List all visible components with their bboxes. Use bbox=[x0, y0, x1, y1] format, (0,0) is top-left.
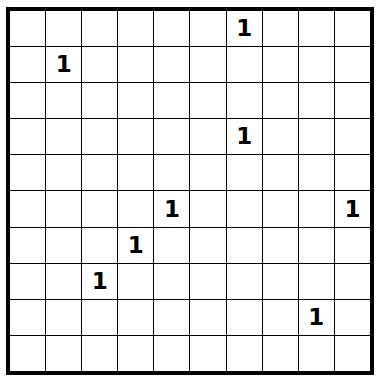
cell-r4c1[interactable] bbox=[10, 119, 45, 154]
cell-r1c8[interactable] bbox=[263, 11, 298, 46]
cell-r2c3[interactable] bbox=[82, 47, 117, 82]
cell-r3c10[interactable] bbox=[335, 83, 370, 118]
cell-r10c1[interactable] bbox=[10, 336, 45, 371]
cell-r1c1[interactable] bbox=[10, 11, 45, 46]
cell-r1c2[interactable] bbox=[46, 11, 81, 46]
cell-r3c5[interactable] bbox=[154, 83, 189, 118]
cell-r5c9[interactable] bbox=[299, 155, 334, 190]
cell-r9c5[interactable] bbox=[154, 300, 189, 335]
cell-r3c9[interactable] bbox=[299, 83, 334, 118]
cell-r10c4[interactable] bbox=[118, 336, 153, 371]
cell-r1c4[interactable] bbox=[118, 11, 153, 46]
cell-r7c6[interactable] bbox=[190, 228, 225, 263]
cell-r8c8[interactable] bbox=[263, 264, 298, 299]
cell-r8c9[interactable] bbox=[299, 264, 334, 299]
cell-r7c10[interactable] bbox=[335, 228, 370, 263]
cell-r9c2[interactable] bbox=[46, 300, 81, 335]
cell-r4c5[interactable] bbox=[154, 119, 189, 154]
cell-r2c6[interactable] bbox=[190, 47, 225, 82]
cell-r10c8[interactable] bbox=[263, 336, 298, 371]
cell-r7c4[interactable]: 1 bbox=[118, 228, 153, 263]
cell-r10c7[interactable] bbox=[227, 336, 262, 371]
cell-r2c1[interactable] bbox=[10, 47, 45, 82]
cell-r4c9[interactable] bbox=[299, 119, 334, 154]
cell-r5c8[interactable] bbox=[263, 155, 298, 190]
cell-r8c5[interactable] bbox=[154, 264, 189, 299]
cell-r6c9[interactable] bbox=[299, 191, 334, 226]
cell-r6c7[interactable] bbox=[227, 191, 262, 226]
cell-r2c10[interactable] bbox=[335, 47, 370, 82]
cell-r2c4[interactable] bbox=[118, 47, 153, 82]
cell-r8c7[interactable] bbox=[227, 264, 262, 299]
cell-r8c6[interactable] bbox=[190, 264, 225, 299]
cell-r6c10[interactable]: 1 bbox=[335, 191, 370, 226]
cell-r9c4[interactable] bbox=[118, 300, 153, 335]
cell-r6c5[interactable]: 1 bbox=[154, 191, 189, 226]
puzzle-page: 11111111 bbox=[0, 0, 380, 381]
cell-r7c1[interactable] bbox=[10, 228, 45, 263]
cell-r10c9[interactable] bbox=[299, 336, 334, 371]
cell-r8c4[interactable] bbox=[118, 264, 153, 299]
cell-r7c2[interactable] bbox=[46, 228, 81, 263]
cell-r5c7[interactable] bbox=[227, 155, 262, 190]
cell-r6c3[interactable] bbox=[82, 191, 117, 226]
cell-r3c6[interactable] bbox=[190, 83, 225, 118]
cell-r3c7[interactable] bbox=[227, 83, 262, 118]
cell-r5c10[interactable] bbox=[335, 155, 370, 190]
cell-r10c2[interactable] bbox=[46, 336, 81, 371]
cell-r8c2[interactable] bbox=[46, 264, 81, 299]
cell-r2c8[interactable] bbox=[263, 47, 298, 82]
cell-r4c7[interactable]: 1 bbox=[227, 119, 262, 154]
cell-r6c6[interactable] bbox=[190, 191, 225, 226]
cell-r7c3[interactable] bbox=[82, 228, 117, 263]
cell-r10c5[interactable] bbox=[154, 336, 189, 371]
cell-r4c6[interactable] bbox=[190, 119, 225, 154]
cell-r1c5[interactable] bbox=[154, 11, 189, 46]
cell-r4c2[interactable] bbox=[46, 119, 81, 154]
cell-r2c5[interactable] bbox=[154, 47, 189, 82]
cell-r6c8[interactable] bbox=[263, 191, 298, 226]
cell-r7c9[interactable] bbox=[299, 228, 334, 263]
cell-r5c2[interactable] bbox=[46, 155, 81, 190]
cell-r9c8[interactable] bbox=[263, 300, 298, 335]
cell-r9c1[interactable] bbox=[10, 300, 45, 335]
cell-r1c9[interactable] bbox=[299, 11, 334, 46]
cell-r7c7[interactable] bbox=[227, 228, 262, 263]
cell-r5c1[interactable] bbox=[10, 155, 45, 190]
cell-r4c8[interactable] bbox=[263, 119, 298, 154]
cell-r10c6[interactable] bbox=[190, 336, 225, 371]
cell-r6c2[interactable] bbox=[46, 191, 81, 226]
cell-r2c7[interactable] bbox=[227, 47, 262, 82]
cell-r2c2[interactable]: 1 bbox=[46, 47, 81, 82]
cell-r10c10[interactable] bbox=[335, 336, 370, 371]
cell-r7c5[interactable] bbox=[154, 228, 189, 263]
cell-r6c1[interactable] bbox=[10, 191, 45, 226]
cell-r5c5[interactable] bbox=[154, 155, 189, 190]
cell-r9c6[interactable] bbox=[190, 300, 225, 335]
puzzle-board: 11111111 bbox=[6, 7, 374, 375]
cell-r3c3[interactable] bbox=[82, 83, 117, 118]
cell-r8c10[interactable] bbox=[335, 264, 370, 299]
cell-r9c3[interactable] bbox=[82, 300, 117, 335]
cell-r5c6[interactable] bbox=[190, 155, 225, 190]
cell-r3c1[interactable] bbox=[10, 83, 45, 118]
cell-r4c4[interactable] bbox=[118, 119, 153, 154]
cell-r5c4[interactable] bbox=[118, 155, 153, 190]
cell-r9c7[interactable] bbox=[227, 300, 262, 335]
cell-r3c8[interactable] bbox=[263, 83, 298, 118]
cell-r2c9[interactable] bbox=[299, 47, 334, 82]
cell-r3c4[interactable] bbox=[118, 83, 153, 118]
cell-r1c3[interactable] bbox=[82, 11, 117, 46]
cell-r8c1[interactable] bbox=[10, 264, 45, 299]
cell-r6c4[interactable] bbox=[118, 191, 153, 226]
cell-r9c10[interactable] bbox=[335, 300, 370, 335]
cell-r5c3[interactable] bbox=[82, 155, 117, 190]
cell-r3c2[interactable] bbox=[46, 83, 81, 118]
cell-r10c3[interactable] bbox=[82, 336, 117, 371]
cell-r4c10[interactable] bbox=[335, 119, 370, 154]
cell-r1c10[interactable] bbox=[335, 11, 370, 46]
cell-r1c6[interactable] bbox=[190, 11, 225, 46]
cell-r9c9[interactable]: 1 bbox=[299, 300, 334, 335]
cell-r7c8[interactable] bbox=[263, 228, 298, 263]
cell-r8c3[interactable]: 1 bbox=[82, 264, 117, 299]
cell-r4c3[interactable] bbox=[82, 119, 117, 154]
cell-r1c7[interactable]: 1 bbox=[227, 11, 262, 46]
